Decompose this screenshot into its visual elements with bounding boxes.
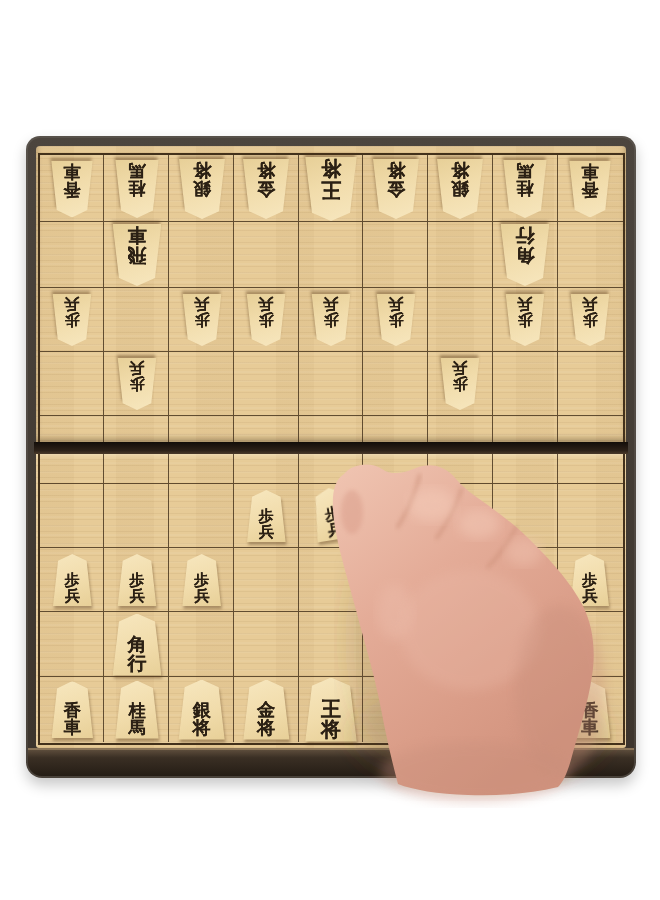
piece-kanji: 歩兵 (51, 296, 93, 327)
piece-body: 歩兵 (310, 294, 352, 346)
square-file3-rank6[interactable] (428, 484, 493, 548)
square-file4-rank8[interactable] (363, 612, 428, 677)
piece-sente-pawn-file8-rank7[interactable]: 歩兵 (116, 554, 158, 606)
piece-kanji: 歩兵 (375, 296, 417, 327)
piece-body: 金将 (241, 159, 291, 219)
piece-kanji: 金将 (241, 161, 291, 198)
piece-kanji: 歩兵 (245, 509, 287, 540)
piece-body: 歩兵 (439, 358, 481, 410)
piece-kanji: 歩兵 (181, 296, 223, 327)
square-file9-rank8[interactable] (40, 612, 105, 677)
piece-kanji: 桂馬 (114, 162, 161, 197)
piece-kanji: 歩兵 (569, 296, 611, 327)
square-file3-rank9[interactable] (428, 677, 493, 742)
piece-gote-knight-file8-rank1[interactable]: 桂馬 (114, 160, 161, 218)
piece-body: 香車 (567, 160, 612, 217)
piece-kanji: 歩兵 (116, 360, 158, 391)
piece-gote-pawn-file8-rank4[interactable]: 歩兵 (116, 358, 158, 410)
piece-body: 金将 (241, 680, 291, 740)
piece-sente-king-file5-rank9[interactable]: 王将 (303, 678, 359, 742)
piece-kanji: 歩兵 (311, 504, 357, 541)
piece-gote-knight-file2-rank1[interactable]: 桂馬 (502, 160, 549, 218)
shogi-board: 香車桂馬銀将金将王将金将銀将桂馬香車飛車角行歩兵歩兵歩兵歩兵歩兵歩兵歩兵歩兵歩兵… (26, 136, 636, 778)
page: { "game": { "name": "shogi", "board_size… (0, 0, 660, 900)
piece-gote-bishop-file2-rank2[interactable]: 角行 (499, 224, 552, 286)
square-file2-rank4[interactable] (493, 352, 558, 416)
piece-body: 桂馬 (114, 160, 161, 218)
piece-gote-pawn-file7-rank3[interactable]: 歩兵 (181, 294, 223, 346)
piece-body: 歩兵 (375, 294, 417, 346)
piece-body: 歩兵 (569, 554, 611, 606)
square-file2-rank7[interactable] (493, 548, 558, 612)
piece-body: 歩兵 (181, 554, 223, 606)
square-file6-rank8[interactable] (234, 612, 299, 677)
piece-gote-pawn-file5-rank3[interactable]: 歩兵 (310, 294, 352, 346)
piece-kanji: 歩兵 (245, 296, 287, 327)
square-file7-rank6[interactable] (169, 484, 234, 548)
piece-gote-pawn-file9-rank3[interactable]: 歩兵 (51, 294, 93, 346)
piece-sente-pawn-file6-rank6[interactable]: 歩兵 (245, 490, 287, 542)
piece-body: 金将 (371, 159, 421, 219)
piece-body: 香車 (567, 681, 612, 738)
piece-body: 歩兵 (116, 358, 158, 410)
square-file9-rank6[interactable] (40, 484, 105, 548)
piece-kanji: 銀将 (177, 701, 227, 738)
piece-body: 桂馬 (114, 681, 161, 739)
square-file6-rank4[interactable] (234, 352, 299, 416)
piece-sente-pawn-file7-rank7[interactable]: 歩兵 (181, 554, 223, 606)
piece-kanji: 歩兵 (310, 296, 352, 327)
square-file7-rank8[interactable] (169, 612, 234, 677)
piece-kanji: 王将 (303, 699, 359, 740)
piece-kanji: 香車 (50, 701, 95, 736)
piece-body: 歩兵 (116, 554, 158, 606)
square-file4-rank6[interactable] (363, 484, 428, 548)
piece-sente-gold-file6-rank9[interactable]: 金将 (241, 680, 291, 740)
piece-kanji: 歩兵 (51, 573, 93, 604)
square-file4-rank4[interactable] (363, 352, 428, 416)
piece-kanji: 香車 (567, 162, 612, 197)
square-file5-rank8[interactable] (299, 612, 364, 677)
square-file2-rank6[interactable] (493, 484, 558, 548)
piece-body: 歩兵 (504, 294, 546, 346)
piece-sente-lance-file9-rank9[interactable]: 香車 (50, 681, 95, 738)
piece-kanji: 歩兵 (569, 573, 611, 604)
square-file3-rank7[interactable] (428, 548, 493, 612)
piece-body: 歩兵 (245, 490, 287, 542)
piece-body: 王将 (303, 157, 359, 221)
square-file5-rank2[interactable] (299, 222, 364, 288)
piece-sente-bishop-file8-rank8[interactable]: 角行 (111, 614, 164, 676)
piece-gote-gold-file4-rank1[interactable]: 金将 (371, 159, 421, 219)
piece-kanji: 金将 (371, 161, 421, 198)
piece-body: 銀将 (177, 159, 227, 219)
piece-gote-pawn-file1-rank3[interactable]: 歩兵 (569, 294, 611, 346)
square-file7-rank4[interactable] (169, 352, 234, 416)
piece-kanji: 桂馬 (502, 162, 549, 197)
square-file2-rank8[interactable] (493, 612, 558, 677)
piece-body: 飛車 (111, 224, 164, 286)
square-file9-rank2[interactable] (40, 222, 105, 288)
piece-kanji: 飛車 (111, 226, 164, 265)
piece-kanji: 歩兵 (181, 573, 223, 604)
square-file3-rank3[interactable] (428, 288, 493, 352)
square-file5-rank4[interactable] (299, 352, 364, 416)
square-file4-rank7[interactable] (363, 548, 428, 612)
piece-kanji: 角行 (111, 635, 164, 674)
fold-hinge (34, 442, 628, 454)
piece-kanji: 香車 (50, 162, 95, 197)
piece-body: 歩兵 (308, 485, 358, 543)
piece-gote-lance-file9-rank1[interactable]: 香車 (50, 160, 95, 217)
piece-gote-pawn-file6-rank3[interactable]: 歩兵 (245, 294, 287, 346)
piece-body: 歩兵 (569, 294, 611, 346)
piece-body: 歩兵 (181, 294, 223, 346)
piece-sente-pawn-file5-rank6[interactable]: 歩兵 (308, 485, 358, 543)
piece-gote-king-file5-rank1[interactable]: 王将 (303, 157, 359, 221)
piece-body: 歩兵 (51, 554, 93, 606)
square-file4-rank9[interactable] (363, 677, 428, 742)
piece-gote-pawn-file4-rank3[interactable]: 歩兵 (375, 294, 417, 346)
square-file1-rank4[interactable] (558, 352, 623, 416)
board-front-edge (28, 748, 634, 776)
piece-kanji: 歩兵 (439, 360, 481, 391)
piece-gote-silver-file3-rank1[interactable]: 銀将 (435, 159, 485, 219)
piece-kanji: 銀将 (435, 161, 485, 198)
piece-gote-pawn-file3-rank4[interactable]: 歩兵 (439, 358, 481, 410)
square-file8-rank6[interactable] (104, 484, 169, 548)
piece-kanji: 香車 (567, 701, 612, 736)
piece-sente-pawn-file9-rank7[interactable]: 歩兵 (51, 554, 93, 606)
piece-sente-knight-file8-rank9[interactable]: 桂馬 (114, 681, 161, 739)
square-file6-rank2[interactable] (234, 222, 299, 288)
piece-kanji: 桂馬 (114, 702, 161, 737)
piece-sente-pawn-file1-rank7[interactable]: 歩兵 (569, 554, 611, 606)
piece-kanji: 角行 (499, 226, 552, 265)
square-file5-rank7[interactable] (299, 548, 364, 612)
square-file1-rank2[interactable] (558, 222, 623, 288)
piece-body: 香車 (50, 160, 95, 217)
piece-body: 香車 (50, 681, 95, 738)
piece-body: 角行 (111, 614, 164, 676)
piece-body: 銀将 (177, 680, 227, 740)
square-file3-rank2[interactable] (428, 222, 493, 288)
piece-gote-gold-file6-rank1[interactable]: 金将 (241, 159, 291, 219)
piece-gote-rook-file8-rank2[interactable]: 飛車 (111, 224, 164, 286)
square-file4-rank2[interactable] (363, 222, 428, 288)
piece-kanji: 歩兵 (504, 296, 546, 327)
piece-body: 歩兵 (51, 294, 93, 346)
piece-body: 桂馬 (502, 160, 549, 218)
piece-gote-silver-file7-rank1[interactable]: 銀将 (177, 159, 227, 219)
piece-body: 銀将 (435, 159, 485, 219)
piece-body: 歩兵 (245, 294, 287, 346)
square-file1-rank8[interactable] (558, 612, 623, 677)
square-file1-rank6[interactable] (558, 484, 623, 548)
square-file3-rank8[interactable] (428, 612, 493, 677)
piece-gote-lance-file1-rank1[interactable]: 香車 (567, 160, 612, 217)
square-file7-rank2[interactable] (169, 222, 234, 288)
square-file9-rank4[interactable] (40, 352, 105, 416)
piece-kanji: 歩兵 (116, 573, 158, 604)
piece-sente-lance-file1-rank9[interactable]: 香車 (567, 681, 612, 738)
piece-kanji: 金将 (241, 701, 291, 738)
piece-kanji: 銀将 (177, 161, 227, 198)
piece-body: 角行 (499, 224, 552, 286)
piece-body: 王将 (303, 678, 359, 742)
square-file2-rank9[interactable] (493, 677, 558, 742)
square-file8-rank3[interactable] (104, 288, 169, 352)
piece-gote-pawn-file2-rank3[interactable]: 歩兵 (504, 294, 546, 346)
piece-sente-silver-file7-rank9[interactable]: 銀将 (177, 680, 227, 740)
piece-kanji: 王将 (303, 159, 359, 200)
square-file6-rank7[interactable] (234, 548, 299, 612)
